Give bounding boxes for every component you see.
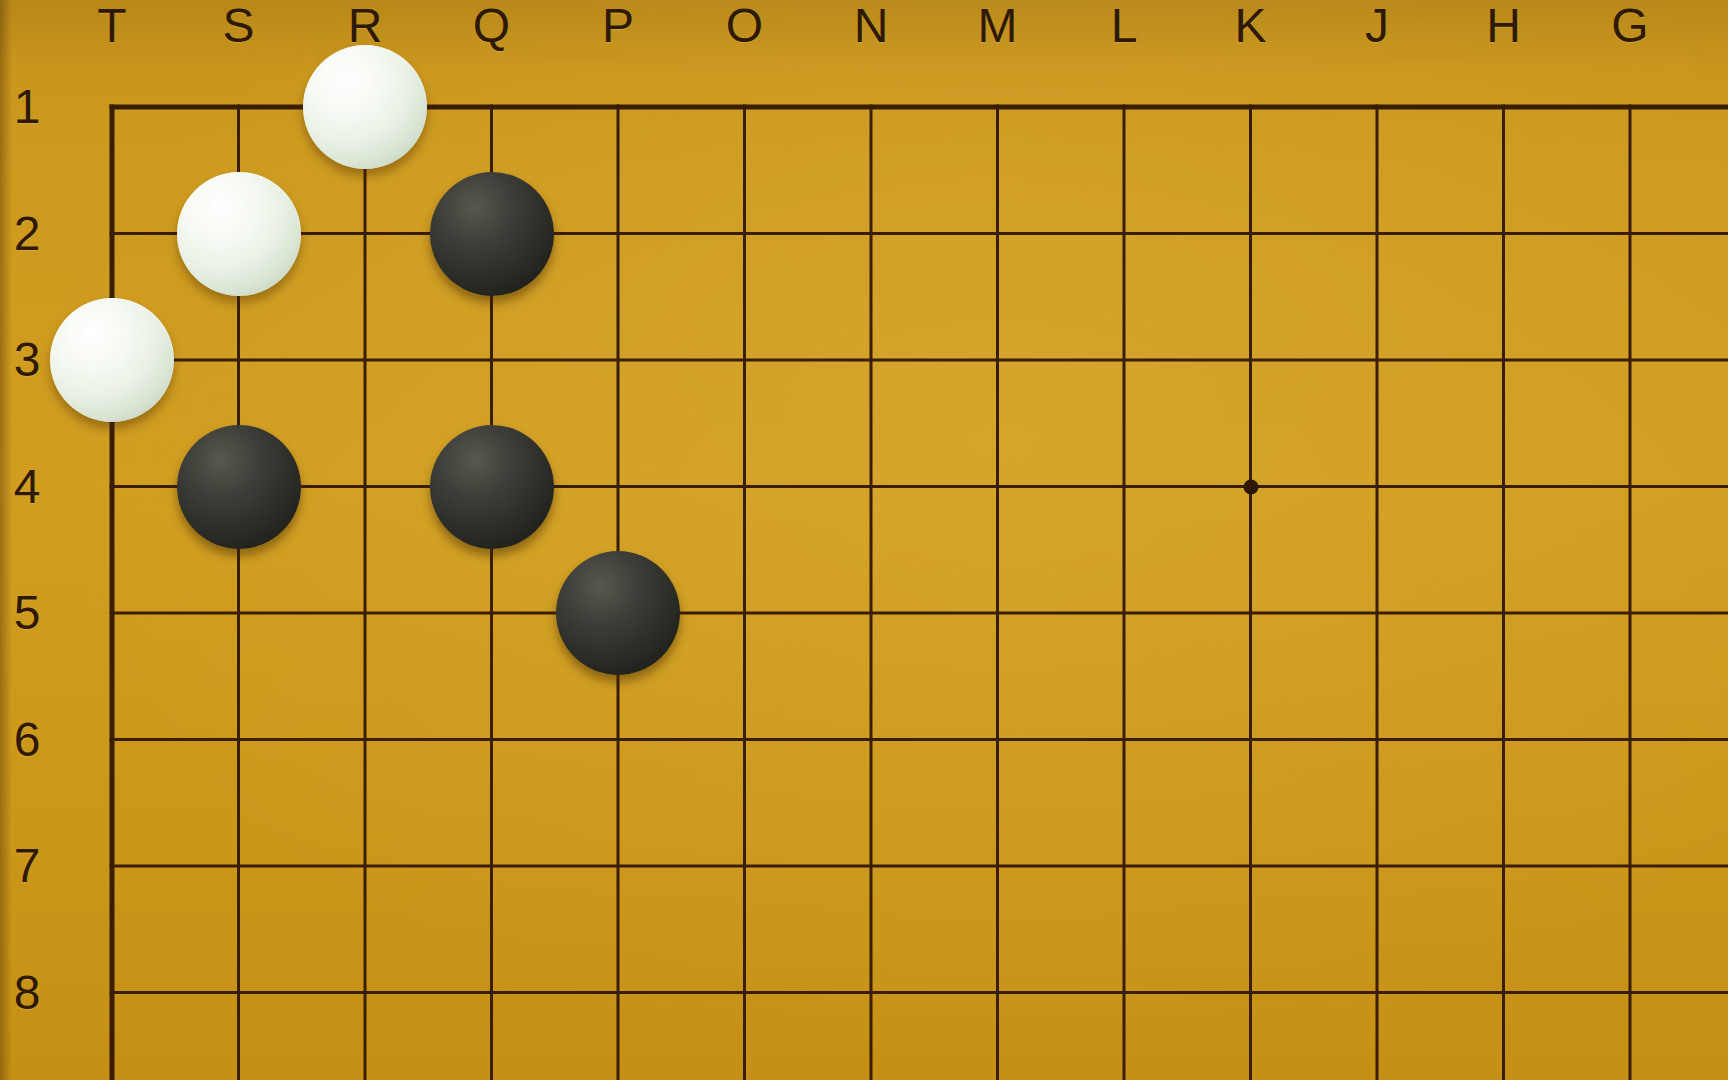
row-label-6: 6 (14, 716, 41, 764)
intersection-P6[interactable] (555, 676, 682, 803)
intersection-J1[interactable] (1314, 44, 1441, 171)
intersection-T7[interactable] (49, 803, 176, 930)
intersection-K6[interactable] (1187, 676, 1314, 803)
intersection-S3[interactable] (175, 297, 302, 424)
stone-black-Q4 (430, 425, 554, 549)
intersection-G3[interactable] (1567, 297, 1694, 424)
intersection-N4[interactable] (808, 423, 935, 550)
intersection-K7[interactable] (1187, 803, 1314, 930)
intersection-H1[interactable] (1440, 44, 1567, 171)
intersection-N1[interactable] (808, 44, 935, 171)
intersection-K4[interactable] (1187, 423, 1314, 550)
intersection-G8[interactable] (1567, 929, 1694, 1056)
intersection-H5[interactable] (1440, 550, 1567, 677)
intersection-P2[interactable] (555, 170, 682, 297)
row-label-7: 7 (14, 842, 41, 890)
intersection-L2[interactable] (1061, 170, 1188, 297)
intersection-R8[interactable] (302, 929, 429, 1056)
intersection-J8[interactable] (1314, 929, 1441, 1056)
intersection-N5[interactable] (808, 550, 935, 677)
intersection-N7[interactable] (808, 803, 935, 930)
intersection-T6[interactable] (49, 676, 176, 803)
intersection-S5[interactable] (175, 550, 302, 677)
board-intersections (49, 44, 1694, 1056)
intersection-G5[interactable] (1567, 550, 1694, 677)
stone-white-T3 (50, 298, 174, 422)
row-label-8: 8 (14, 969, 41, 1017)
intersection-M8[interactable] (934, 929, 1061, 1056)
intersection-O4[interactable] (681, 423, 808, 550)
stone-black-S4 (177, 425, 301, 549)
intersection-T3[interactable] (49, 297, 176, 424)
intersection-J5[interactable] (1314, 550, 1441, 677)
row-label-4: 4 (14, 463, 41, 511)
intersection-M1[interactable] (934, 44, 1061, 171)
intersection-S6[interactable] (175, 676, 302, 803)
intersection-M5[interactable] (934, 550, 1061, 677)
intersection-K1[interactable] (1187, 44, 1314, 171)
intersection-L7[interactable] (1061, 803, 1188, 930)
intersection-R5[interactable] (302, 550, 429, 677)
intersection-P4[interactable] (555, 423, 682, 550)
intersection-P1[interactable] (555, 44, 682, 171)
intersection-G2[interactable] (1567, 170, 1694, 297)
intersection-Q1[interactable] (428, 44, 555, 171)
stone-black-P5 (556, 551, 680, 675)
intersection-O7[interactable] (681, 803, 808, 930)
intersection-N2[interactable] (808, 170, 935, 297)
intersection-M4[interactable] (934, 423, 1061, 550)
intersection-Q6[interactable] (428, 676, 555, 803)
intersection-N3[interactable] (808, 297, 935, 424)
row-label-1: 1 (14, 83, 41, 131)
intersection-H7[interactable] (1440, 803, 1567, 930)
intersection-O6[interactable] (681, 676, 808, 803)
intersection-R1[interactable] (302, 44, 429, 171)
intersection-O8[interactable] (681, 929, 808, 1056)
intersection-J4[interactable] (1314, 423, 1441, 550)
intersection-G4[interactable] (1567, 423, 1694, 550)
intersection-S2[interactable] (175, 170, 302, 297)
intersection-G6[interactable] (1567, 676, 1694, 803)
intersection-K8[interactable] (1187, 929, 1314, 1056)
intersection-Q2[interactable] (428, 170, 555, 297)
intersection-N6[interactable] (808, 676, 935, 803)
star-point-K4 (1243, 479, 1258, 494)
intersection-L6[interactable] (1061, 676, 1188, 803)
row-label-5: 5 (14, 589, 41, 637)
intersection-R2[interactable] (302, 170, 429, 297)
go-board: TSRQPONMLKJHG12345678 (0, 0, 1728, 1080)
intersection-O3[interactable] (681, 297, 808, 424)
intersection-P8[interactable] (555, 929, 682, 1056)
row-label-2: 2 (14, 210, 41, 258)
intersection-L8[interactable] (1061, 929, 1188, 1056)
row-label-3: 3 (14, 336, 41, 384)
intersection-Q4[interactable] (428, 423, 555, 550)
intersection-Q5[interactable] (428, 550, 555, 677)
intersection-T5[interactable] (49, 550, 176, 677)
intersection-Q3[interactable] (428, 297, 555, 424)
intersection-J2[interactable] (1314, 170, 1441, 297)
intersection-R6[interactable] (302, 676, 429, 803)
intersection-M7[interactable] (934, 803, 1061, 930)
intersection-S7[interactable] (175, 803, 302, 930)
intersection-G1[interactable] (1567, 44, 1694, 171)
intersection-H4[interactable] (1440, 423, 1567, 550)
intersection-T1[interactable] (49, 44, 176, 171)
intersection-O1[interactable] (681, 44, 808, 171)
intersection-J3[interactable] (1314, 297, 1441, 424)
intersection-H3[interactable] (1440, 297, 1567, 424)
intersection-O2[interactable] (681, 170, 808, 297)
intersection-K3[interactable] (1187, 297, 1314, 424)
intersection-R4[interactable] (302, 423, 429, 550)
stone-black-Q2 (430, 172, 554, 296)
intersection-S8[interactable] (175, 929, 302, 1056)
intersection-S4[interactable] (175, 423, 302, 550)
intersection-T8[interactable] (49, 929, 176, 1056)
intersection-P3[interactable] (555, 297, 682, 424)
intersection-R7[interactable] (302, 803, 429, 930)
intersection-M6[interactable] (934, 676, 1061, 803)
intersection-M2[interactable] (934, 170, 1061, 297)
intersection-H6[interactable] (1440, 676, 1567, 803)
intersection-M3[interactable] (934, 297, 1061, 424)
intersection-Q7[interactable] (428, 803, 555, 930)
stone-white-R1 (303, 45, 427, 169)
intersection-K5[interactable] (1187, 550, 1314, 677)
intersection-N8[interactable] (808, 929, 935, 1056)
intersection-T4[interactable] (49, 423, 176, 550)
stone-white-S2 (177, 172, 301, 296)
intersection-K2[interactable] (1187, 170, 1314, 297)
intersection-G7[interactable] (1567, 803, 1694, 930)
intersection-P7[interactable] (555, 803, 682, 930)
intersection-H2[interactable] (1440, 170, 1567, 297)
intersection-L5[interactable] (1061, 550, 1188, 677)
intersection-L1[interactable] (1061, 44, 1188, 171)
intersection-S1[interactable] (175, 44, 302, 171)
intersection-L3[interactable] (1061, 297, 1188, 424)
intersection-P5[interactable] (555, 550, 682, 677)
intersection-O5[interactable] (681, 550, 808, 677)
intersection-Q8[interactable] (428, 929, 555, 1056)
intersection-T2[interactable] (49, 170, 176, 297)
intersection-H8[interactable] (1440, 929, 1567, 1056)
intersection-R3[interactable] (302, 297, 429, 424)
intersection-J6[interactable] (1314, 676, 1441, 803)
intersection-J7[interactable] (1314, 803, 1441, 930)
intersection-L4[interactable] (1061, 423, 1188, 550)
